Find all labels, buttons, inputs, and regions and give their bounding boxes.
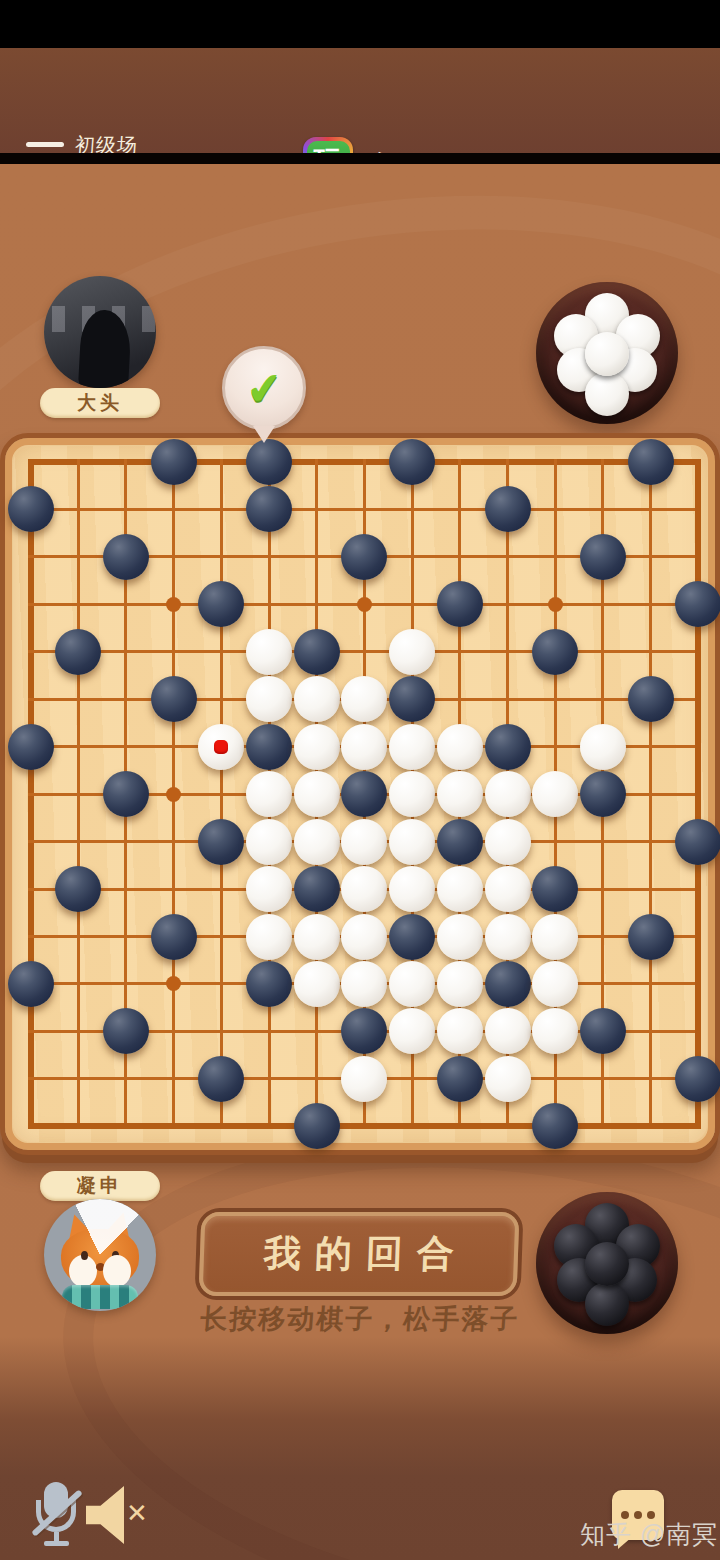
my-name-tag: 凝申 xyxy=(40,1171,160,1201)
star-point xyxy=(166,597,181,612)
white-stone[interactable]: ○ xyxy=(246,629,292,675)
black-stone[interactable]: ● xyxy=(294,1103,340,1149)
white-stone[interactable]: ○ xyxy=(389,771,435,817)
black-stone-bowl xyxy=(536,1192,678,1334)
black-stone[interactable]: ● xyxy=(628,439,674,485)
white-stone[interactable]: ○ xyxy=(246,771,292,817)
white-stone[interactable]: ○ xyxy=(294,724,340,770)
black-stone[interactable]: ● xyxy=(485,724,531,770)
white-stone[interactable]: ○ xyxy=(437,961,483,1007)
white-stone[interactable]: ○ xyxy=(246,819,292,865)
white-stone[interactable]: ○ xyxy=(389,629,435,675)
black-stone[interactable]: ● xyxy=(341,534,387,580)
black-stone[interactable]: ● xyxy=(532,866,578,912)
black-stone[interactable]: ● xyxy=(628,914,674,960)
white-stone[interactable]: ○ xyxy=(437,724,483,770)
check-icon: ✔ xyxy=(243,361,285,416)
black-stone[interactable]: ● xyxy=(532,629,578,675)
header: 初级场 房间5798 玩 会玩 xyxy=(0,48,720,153)
opponent-avatar[interactable] xyxy=(44,276,156,388)
white-stone[interactable]: ○ xyxy=(389,866,435,912)
white-stone[interactable]: ○ xyxy=(294,676,340,722)
mic-muted-icon[interactable] xyxy=(28,1480,88,1548)
black-stone[interactable]: ● xyxy=(437,581,483,627)
white-stone[interactable]: ○ xyxy=(389,961,435,1007)
white-stone[interactable]: ○ xyxy=(485,866,531,912)
black-stone[interactable]: ● xyxy=(198,819,244,865)
black-stone[interactable]: ● xyxy=(151,439,197,485)
white-stone[interactable]: ○ xyxy=(485,1008,531,1054)
white-stone[interactable]: ○ xyxy=(437,1008,483,1054)
black-stone[interactable]: ● xyxy=(628,676,674,722)
white-stone[interactable]: ○ xyxy=(485,819,531,865)
last-move-marker xyxy=(214,740,228,754)
black-stone[interactable]: ● xyxy=(485,961,531,1007)
star-point xyxy=(166,787,181,802)
white-stone[interactable]: ○ xyxy=(437,771,483,817)
white-stone[interactable]: ○ xyxy=(437,866,483,912)
white-stone[interactable]: ○ xyxy=(294,914,340,960)
header-separator xyxy=(0,153,720,164)
black-stone[interactable]: ● xyxy=(580,1008,626,1054)
black-stone[interactable]: ● xyxy=(532,1103,578,1149)
black-stone[interactable]: ● xyxy=(8,724,54,770)
white-stone[interactable]: ○ xyxy=(294,961,340,1007)
grid-line-vertical xyxy=(695,459,701,1129)
black-stone[interactable]: ● xyxy=(294,629,340,675)
black-stone[interactable]: ● xyxy=(103,771,149,817)
white-stone xyxy=(585,332,629,376)
speaker-muted-icon[interactable]: ✕ xyxy=(86,1486,146,1544)
confirm-bubble: ✔ xyxy=(222,346,306,430)
white-stone[interactable]: ○ xyxy=(341,961,387,1007)
white-stone[interactable]: ○ xyxy=(389,819,435,865)
black-stone[interactable]: ● xyxy=(103,1008,149,1054)
white-stone[interactable]: ○ xyxy=(485,914,531,960)
white-stone[interactable]: ○ xyxy=(294,819,340,865)
white-stone[interactable]: ○ xyxy=(437,914,483,960)
black-stone[interactable]: ● xyxy=(437,1056,483,1102)
white-stone[interactable]: ○ xyxy=(389,724,435,770)
white-stone[interactable]: ○ xyxy=(341,724,387,770)
white-stone[interactable]: ○ xyxy=(532,771,578,817)
black-stone[interactable]: ● xyxy=(198,1056,244,1102)
white-stone[interactable]: ○ xyxy=(246,866,292,912)
white-stone[interactable]: ○ xyxy=(341,914,387,960)
my-turn-banner: 我的回合 xyxy=(199,1212,520,1296)
white-stone-bowl xyxy=(536,282,678,424)
black-stone[interactable]: ● xyxy=(55,629,101,675)
black-stone[interactable]: ● xyxy=(55,866,101,912)
white-stone[interactable]: ○ xyxy=(294,771,340,817)
white-stone[interactable]: ○ xyxy=(246,676,292,722)
turn-timer-wedge xyxy=(44,1199,156,1311)
white-stone[interactable]: ○ xyxy=(580,724,626,770)
black-stone[interactable]: ● xyxy=(580,534,626,580)
game-board[interactable]: ●●●●●●●●●●●●●●○●○●●○○○●●●○●○○○○●○●○○●○○○… xyxy=(0,433,720,1155)
black-stone[interactable]: ● xyxy=(246,439,292,485)
grid-line-horizontal xyxy=(28,1123,702,1129)
opponent-name-tag: 大头 xyxy=(40,388,160,418)
watermark: 知乎 @南冥 xyxy=(580,1518,718,1551)
black-stone[interactable]: ● xyxy=(151,914,197,960)
black-stone[interactable]: ● xyxy=(294,866,340,912)
black-stone[interactable]: ● xyxy=(485,486,531,532)
black-stone[interactable]: ● xyxy=(437,819,483,865)
black-stone[interactable]: ● xyxy=(675,819,720,865)
black-stone[interactable]: ● xyxy=(246,724,292,770)
black-stone[interactable]: ● xyxy=(8,486,54,532)
star-point xyxy=(357,597,372,612)
black-stone xyxy=(585,1242,629,1286)
black-stone[interactable]: ● xyxy=(389,914,435,960)
move-hint-text: 长按移动棋子，松手落子 xyxy=(139,1301,582,1337)
black-stone[interactable]: ● xyxy=(580,771,626,817)
white-stone[interactable]: ○ xyxy=(532,914,578,960)
black-stone[interactable]: ● xyxy=(675,1056,720,1102)
white-stone[interactable]: ○ xyxy=(532,961,578,1007)
black-stone[interactable]: ● xyxy=(675,581,720,627)
white-stone[interactable]: ○ xyxy=(485,1056,531,1102)
white-stone[interactable]: ○ xyxy=(341,819,387,865)
status-bar xyxy=(0,0,720,48)
black-stone[interactable]: ● xyxy=(389,439,435,485)
star-point xyxy=(548,597,563,612)
my-avatar[interactable] xyxy=(44,1199,156,1311)
white-stone xyxy=(585,372,629,416)
black-stone[interactable]: ● xyxy=(246,961,292,1007)
app-screen: 初级场 房间5798 玩 会玩 大头 ✔ ●●●●●●●●●●●●●●○●○●●… xyxy=(0,0,720,1560)
black-stone xyxy=(585,1282,629,1326)
white-stone[interactable]: ○ xyxy=(246,914,292,960)
black-stone[interactable]: ● xyxy=(103,534,149,580)
black-stone[interactable]: ● xyxy=(151,676,197,722)
grid-line-vertical xyxy=(649,459,652,1129)
white-stone[interactable]: ○ xyxy=(485,771,531,817)
white-stone[interactable]: ○ xyxy=(341,1056,387,1102)
black-stone[interactable]: ● xyxy=(8,961,54,1007)
